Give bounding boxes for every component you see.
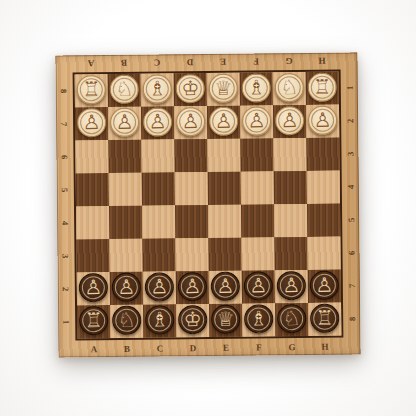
white-rook-icon: ♖ bbox=[313, 73, 331, 102]
piece-white-pawn-a7[interactable]: ♙ bbox=[77, 108, 106, 137]
square-g1[interactable]: ♘ bbox=[275, 303, 308, 336]
piece-black-bishop-c1[interactable]: ♗ bbox=[145, 305, 174, 334]
piece-black-bishop-f1[interactable]: ♗ bbox=[244, 304, 273, 333]
file-label-bottom-g: G bbox=[275, 338, 308, 355]
piece-white-bishop-c8[interactable]: ♗ bbox=[143, 74, 172, 103]
file-label-bottom-c: C bbox=[143, 339, 176, 356]
black-bishop-icon: ♗ bbox=[151, 305, 169, 334]
square-b4[interactable] bbox=[109, 206, 142, 239]
black-pawn-icon: ♙ bbox=[282, 271, 300, 300]
square-h1[interactable]: ♖ bbox=[308, 303, 341, 336]
piece-white-pawn-e7[interactable]: ♙ bbox=[209, 107, 238, 136]
piece-white-king-d8[interactable]: ♔ bbox=[176, 74, 205, 103]
square-h2[interactable]: ♙ bbox=[308, 270, 341, 303]
square-e2[interactable]: ♙ bbox=[209, 271, 242, 304]
square-g5[interactable] bbox=[274, 171, 307, 204]
white-pawn-icon: ♙ bbox=[281, 106, 299, 135]
file-label-bottom-b: B bbox=[110, 340, 143, 357]
square-g7[interactable]: ♙ bbox=[273, 105, 306, 138]
white-pawn-icon: ♙ bbox=[248, 106, 266, 135]
white-knight-icon: ♘ bbox=[280, 73, 298, 102]
file-label-top-e: E bbox=[206, 54, 239, 71]
white-knight-icon: ♘ bbox=[115, 75, 133, 104]
file-label-top-b: B bbox=[107, 55, 140, 72]
piece-black-rook-a1[interactable]: ♖ bbox=[79, 306, 108, 335]
square-b7[interactable]: ♙ bbox=[108, 107, 141, 140]
square-e7[interactable]: ♙ bbox=[207, 106, 240, 139]
piece-black-pawn-d2[interactable]: ♙ bbox=[178, 272, 207, 301]
square-d8[interactable]: ♔ bbox=[174, 73, 207, 106]
white-pawn-icon: ♙ bbox=[215, 107, 233, 136]
piece-black-king-d1[interactable]: ♔ bbox=[178, 305, 207, 334]
piece-black-pawn-f2[interactable]: ♙ bbox=[244, 271, 273, 300]
square-d1[interactable]: ♔ bbox=[176, 304, 209, 337]
black-bishop-icon: ♗ bbox=[250, 304, 268, 333]
square-f1[interactable]: ♗ bbox=[242, 303, 275, 336]
piece-white-rook-h8[interactable]: ♖ bbox=[308, 73, 337, 102]
square-b1[interactable]: ♘ bbox=[110, 305, 143, 338]
square-f4[interactable] bbox=[241, 204, 274, 237]
square-e4[interactable] bbox=[208, 205, 241, 238]
square-e1[interactable]: ♕ bbox=[209, 304, 242, 337]
file-label-top-h: H bbox=[305, 53, 338, 70]
piece-black-rook-h1[interactable]: ♖ bbox=[310, 304, 339, 333]
file-label-bottom-f: F bbox=[242, 338, 275, 355]
black-pawn-icon: ♙ bbox=[150, 272, 168, 301]
file-labels-bottom: ABCDEFGH bbox=[77, 338, 341, 358]
square-d3[interactable] bbox=[175, 238, 208, 271]
file-label-top-a: A bbox=[74, 55, 107, 72]
square-b8[interactable]: ♘ bbox=[108, 74, 141, 107]
white-queen-icon: ♕ bbox=[214, 74, 232, 103]
square-h6[interactable] bbox=[306, 138, 339, 171]
file-label-bottom-d: D bbox=[176, 339, 209, 356]
square-d6[interactable] bbox=[174, 139, 207, 172]
black-rook-icon: ♖ bbox=[85, 306, 103, 335]
white-pawn-icon: ♙ bbox=[83, 108, 101, 137]
white-pawn-icon: ♙ bbox=[182, 107, 200, 136]
photo-backdrop: ABCDEFGH ABCDEFGH 87654321 12345678 ♖♘♗♔… bbox=[0, 0, 416, 416]
square-h8[interactable]: ♖ bbox=[306, 72, 339, 105]
square-c8[interactable]: ♗ bbox=[141, 73, 174, 106]
piece-white-pawn-g7[interactable]: ♙ bbox=[275, 106, 304, 135]
square-a8[interactable]: ♖ bbox=[75, 74, 108, 107]
white-bishop-icon: ♗ bbox=[148, 74, 166, 103]
piece-black-pawn-h2[interactable]: ♙ bbox=[310, 271, 339, 300]
square-c1[interactable]: ♗ bbox=[143, 304, 176, 337]
square-f3[interactable] bbox=[241, 237, 274, 270]
black-knight-icon: ♘ bbox=[118, 306, 136, 335]
square-c2[interactable]: ♙ bbox=[143, 271, 176, 304]
square-a4[interactable] bbox=[76, 206, 109, 239]
file-label-bottom-e: E bbox=[209, 339, 242, 356]
black-pawn-icon: ♙ bbox=[315, 271, 333, 300]
square-g6[interactable] bbox=[273, 138, 306, 171]
square-c5[interactable] bbox=[142, 172, 175, 205]
square-c6[interactable] bbox=[141, 139, 174, 172]
black-king-icon: ♔ bbox=[184, 305, 202, 334]
square-a1[interactable]: ♖ bbox=[77, 305, 110, 338]
piece-white-knight-g8[interactable]: ♘ bbox=[275, 73, 304, 102]
square-b2[interactable]: ♙ bbox=[110, 272, 143, 305]
square-d5[interactable] bbox=[175, 172, 208, 205]
square-b6[interactable] bbox=[108, 140, 141, 173]
square-h3[interactable] bbox=[307, 237, 340, 270]
black-pawn-icon: ♙ bbox=[183, 272, 201, 301]
square-f2[interactable]: ♙ bbox=[242, 270, 275, 303]
white-king-icon: ♔ bbox=[181, 74, 199, 103]
piece-white-pawn-b7[interactable]: ♙ bbox=[110, 108, 139, 137]
black-pawn-icon: ♙ bbox=[117, 273, 135, 302]
piece-black-knight-g1[interactable]: ♘ bbox=[277, 304, 306, 333]
black-queen-icon: ♕ bbox=[217, 305, 235, 334]
piece-white-pawn-f7[interactable]: ♙ bbox=[242, 106, 271, 135]
piece-black-queen-e1[interactable]: ♕ bbox=[211, 305, 240, 334]
file-label-top-d: D bbox=[173, 54, 206, 71]
black-pawn-icon: ♙ bbox=[216, 272, 234, 301]
square-g8[interactable]: ♘ bbox=[273, 72, 306, 105]
square-f6[interactable] bbox=[240, 138, 273, 171]
black-knight-icon: ♘ bbox=[283, 304, 301, 333]
piece-black-pawn-b2[interactable]: ♙ bbox=[112, 273, 141, 302]
rank-labels-right: 12345678 bbox=[341, 71, 361, 335]
piece-black-pawn-c2[interactable]: ♙ bbox=[145, 272, 174, 301]
white-rook-icon: ♖ bbox=[82, 75, 100, 104]
file-label-bottom-a: A bbox=[77, 340, 110, 357]
square-a7[interactable]: ♙ bbox=[75, 107, 108, 140]
piece-white-rook-a8[interactable]: ♖ bbox=[77, 75, 106, 104]
square-f7[interactable]: ♙ bbox=[240, 105, 273, 138]
square-e5[interactable] bbox=[208, 172, 241, 205]
square-a6[interactable] bbox=[75, 140, 108, 173]
square-h4[interactable] bbox=[307, 204, 340, 237]
piece-white-pawn-h7[interactable]: ♙ bbox=[308, 106, 337, 135]
square-d7[interactable]: ♙ bbox=[174, 106, 207, 139]
white-pawn-icon: ♙ bbox=[116, 108, 134, 137]
square-e8[interactable]: ♕ bbox=[207, 73, 240, 106]
piece-white-queen-e8[interactable]: ♕ bbox=[209, 74, 238, 103]
square-g2[interactable]: ♙ bbox=[275, 270, 308, 303]
square-a5[interactable] bbox=[76, 173, 109, 206]
square-c4[interactable] bbox=[142, 205, 175, 238]
square-a3[interactable] bbox=[76, 239, 109, 272]
square-d2[interactable]: ♙ bbox=[176, 271, 209, 304]
black-rook-icon: ♖ bbox=[316, 304, 334, 333]
black-pawn-icon: ♙ bbox=[249, 271, 267, 300]
square-c7[interactable]: ♙ bbox=[141, 106, 174, 139]
piece-white-pawn-d7[interactable]: ♙ bbox=[176, 107, 205, 136]
file-label-top-f: F bbox=[239, 53, 272, 70]
square-b5[interactable] bbox=[109, 173, 142, 206]
square-f5[interactable] bbox=[241, 171, 274, 204]
square-d4[interactable] bbox=[175, 205, 208, 238]
square-e6[interactable] bbox=[207, 139, 240, 172]
piece-white-bishop-f8[interactable]: ♗ bbox=[242, 73, 271, 102]
file-label-bottom-h: H bbox=[308, 338, 341, 355]
piece-white-knight-b8[interactable]: ♘ bbox=[110, 75, 139, 104]
chess-board: ABCDEFGH ABCDEFGH 87654321 12345678 ♖♘♗♔… bbox=[55, 52, 360, 357]
square-g4[interactable] bbox=[274, 204, 307, 237]
white-pawn-icon: ♙ bbox=[149, 107, 167, 136]
piece-black-pawn-a2[interactable]: ♙ bbox=[79, 273, 108, 302]
square-h7[interactable]: ♙ bbox=[306, 105, 339, 138]
square-f8[interactable]: ♗ bbox=[240, 72, 273, 105]
square-b3[interactable] bbox=[109, 239, 142, 272]
piece-black-knight-b1[interactable]: ♘ bbox=[112, 306, 141, 335]
piece-black-pawn-g2[interactable]: ♙ bbox=[277, 271, 306, 300]
square-g3[interactable] bbox=[274, 237, 307, 270]
square-e3[interactable] bbox=[208, 238, 241, 271]
piece-black-pawn-e2[interactable]: ♙ bbox=[211, 272, 240, 301]
square-h5[interactable] bbox=[307, 171, 340, 204]
white-bishop-icon: ♗ bbox=[247, 73, 265, 102]
square-c3[interactable] bbox=[142, 238, 175, 271]
file-label-top-c: C bbox=[140, 54, 173, 71]
file-label-top-g: G bbox=[272, 53, 305, 70]
piece-white-pawn-c7[interactable]: ♙ bbox=[143, 107, 172, 136]
board-squares: ♖♘♗♔♕♗♘♖♙♙♙♙♙♙♙♙♙♙♙♙♙♙♙♙♖♘♗♔♕♗♘♖ bbox=[73, 70, 344, 341]
square-a2[interactable]: ♙ bbox=[77, 272, 110, 305]
black-pawn-icon: ♙ bbox=[84, 273, 102, 302]
white-pawn-icon: ♙ bbox=[313, 106, 331, 135]
